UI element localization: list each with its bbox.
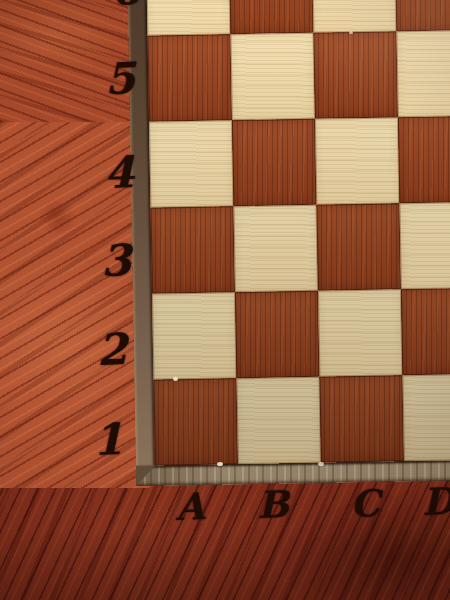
chessboard-corner-photo: 6 5 4 3 2 1 A B C D <box>0 0 450 600</box>
square-d6[interactable] <box>395 0 450 31</box>
file-label-d: D <box>421 483 450 521</box>
square-b2[interactable] <box>235 291 319 378</box>
square-d3[interactable] <box>399 202 450 289</box>
rank-label-3: 3 <box>100 239 131 283</box>
square-c3[interactable] <box>316 203 400 290</box>
file-label-c: C <box>350 485 381 523</box>
chess-board <box>127 0 450 486</box>
dust-speck <box>318 462 324 466</box>
rank-label-6: 6 <box>110 0 141 12</box>
rank-label-4: 4 <box>103 151 134 195</box>
square-b5[interactable] <box>230 33 314 120</box>
square-c1[interactable] <box>319 375 403 462</box>
square-c2[interactable] <box>318 289 402 376</box>
square-a3[interactable] <box>150 206 234 293</box>
dust-speck <box>349 31 353 34</box>
square-c5[interactable] <box>313 31 397 118</box>
square-a2[interactable] <box>152 292 236 379</box>
square-a1[interactable] <box>153 378 237 465</box>
square-d1[interactable] <box>402 374 450 461</box>
rank-label-2: 2 <box>96 328 127 372</box>
square-c6[interactable] <box>312 0 396 33</box>
rank-label-1: 1 <box>92 418 123 462</box>
board-squares-grid <box>146 0 450 466</box>
board-frame-miter-corner <box>136 466 155 486</box>
square-c4[interactable] <box>315 117 399 204</box>
square-d2[interactable] <box>401 288 450 375</box>
square-a5[interactable] <box>147 34 231 121</box>
square-d4[interactable] <box>398 116 450 203</box>
square-d5[interactable] <box>396 30 450 117</box>
square-b4[interactable] <box>232 119 316 206</box>
file-label-b: B <box>257 486 290 524</box>
file-label-a: A <box>175 488 205 526</box>
dust-speck <box>217 462 223 466</box>
dust-speck <box>173 377 178 381</box>
rank-label-5: 5 <box>104 57 135 101</box>
square-b6[interactable] <box>229 0 313 34</box>
square-b1[interactable] <box>236 377 320 464</box>
square-b3[interactable] <box>233 205 317 292</box>
square-a6[interactable] <box>146 0 230 36</box>
square-a4[interactable] <box>149 120 233 207</box>
